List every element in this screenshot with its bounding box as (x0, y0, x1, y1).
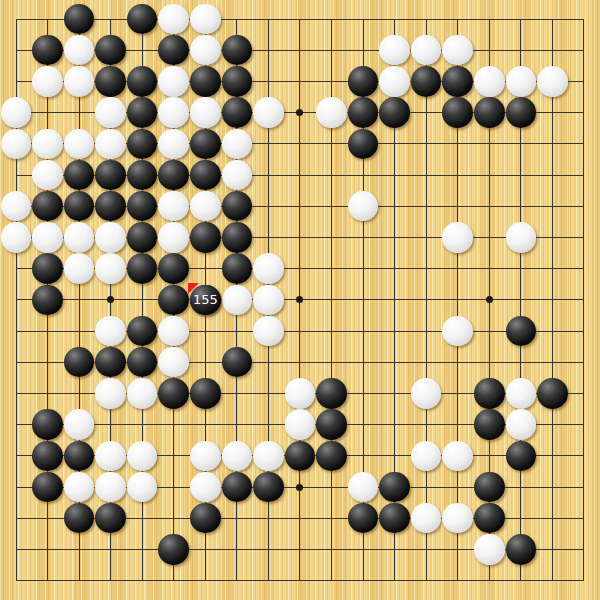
stone-white (64, 253, 95, 284)
stone-white (537, 66, 568, 97)
stone-black (222, 253, 253, 284)
stone-black (190, 160, 221, 191)
stone-black (316, 409, 347, 440)
stone-black (32, 285, 63, 316)
stone-black (95, 503, 126, 534)
grid-line-vertical (583, 19, 584, 582)
stone-white (32, 160, 63, 191)
stone-black (474, 472, 505, 503)
stone-white (222, 441, 253, 472)
star-point (296, 109, 303, 116)
stone-white (127, 472, 158, 503)
stone-white (158, 129, 189, 160)
stone-black (474, 378, 505, 409)
stone-black (411, 66, 442, 97)
stone-black (127, 222, 158, 253)
stone-black (348, 66, 379, 97)
stone-black (442, 66, 473, 97)
stone-white (127, 378, 158, 409)
stone-black (64, 191, 95, 222)
stone-black (64, 4, 95, 35)
stone-black (285, 441, 316, 472)
stone-black (222, 97, 253, 128)
stone-black (506, 97, 537, 128)
stone-white (222, 160, 253, 191)
stone-white (190, 4, 221, 35)
stone-white (32, 222, 63, 253)
stone-white (1, 129, 32, 160)
stone-white (64, 66, 95, 97)
star-point (296, 296, 303, 303)
stone-black (158, 534, 189, 565)
stone-black (95, 191, 126, 222)
stone-black (537, 378, 568, 409)
stone-white (253, 441, 284, 472)
stone-black (190, 503, 221, 534)
stone-black (127, 129, 158, 160)
stone-black (379, 472, 410, 503)
stone-black (127, 4, 158, 35)
stone-black (222, 222, 253, 253)
stone-white (222, 285, 253, 316)
stone-black (32, 472, 63, 503)
stone-white (411, 441, 442, 472)
stone-white (1, 97, 32, 128)
stone-white (127, 441, 158, 472)
stone-black (32, 35, 63, 66)
stone-black (506, 534, 537, 565)
stone-white (1, 222, 32, 253)
stone-white (95, 129, 126, 160)
stone-white (474, 66, 505, 97)
stone-black (190, 378, 221, 409)
stone-white (411, 35, 442, 66)
stone-white (64, 129, 95, 160)
stone-black (379, 503, 410, 534)
stone-black (158, 35, 189, 66)
stone-white (95, 378, 126, 409)
stone-white (95, 222, 126, 253)
stone-white (379, 66, 410, 97)
stone-black (64, 347, 95, 378)
stone-white (253, 316, 284, 347)
stone-white (32, 66, 63, 97)
stone-white (474, 534, 505, 565)
stone-white (442, 222, 473, 253)
star-point (107, 296, 114, 303)
stone-white (95, 316, 126, 347)
stone-white (95, 472, 126, 503)
stone-black (190, 129, 221, 160)
stone-black (95, 160, 126, 191)
stone-white (411, 503, 442, 534)
stone-black (127, 253, 158, 284)
stone-black (316, 378, 347, 409)
stone-black (348, 503, 379, 534)
grid-line-vertical (426, 19, 427, 582)
stone-black (158, 285, 189, 316)
stone-white (506, 66, 537, 97)
stone-black (95, 35, 126, 66)
stone-white (64, 35, 95, 66)
stone-white (442, 441, 473, 472)
stone-white (32, 129, 63, 160)
stone-black (474, 503, 505, 534)
stone-black (348, 97, 379, 128)
stone-black (127, 66, 158, 97)
stone-white (158, 4, 189, 35)
stone-white (190, 472, 221, 503)
star-point (296, 484, 303, 491)
stone-black (506, 441, 537, 472)
stone-black (127, 191, 158, 222)
stone-black (222, 347, 253, 378)
stone-black (348, 129, 379, 160)
stone-black (32, 191, 63, 222)
stone-white (253, 97, 284, 128)
stone-white (348, 472, 379, 503)
stone-white (95, 253, 126, 284)
stone-white (379, 35, 410, 66)
stone-white (285, 409, 316, 440)
go-board[interactable]: 155 (0, 0, 600, 600)
stone-white (506, 222, 537, 253)
stone-white (411, 378, 442, 409)
stone-white (95, 97, 126, 128)
stone-white (442, 35, 473, 66)
grid-line-vertical (552, 19, 553, 582)
stone-white (222, 129, 253, 160)
stone-black (222, 191, 253, 222)
stone-black (379, 97, 410, 128)
stone-black (32, 409, 63, 440)
stone-black (474, 97, 505, 128)
stone-white (316, 97, 347, 128)
stone-black (64, 503, 95, 534)
stone-black (190, 222, 221, 253)
stone-black (474, 409, 505, 440)
stone-black (190, 66, 221, 97)
stone-black (222, 66, 253, 97)
stone-black (127, 97, 158, 128)
star-point (486, 296, 493, 303)
grid-line-horizontal (16, 580, 585, 581)
stone-white (190, 35, 221, 66)
stone-white (253, 285, 284, 316)
stone-black (506, 316, 537, 347)
stone-white (348, 191, 379, 222)
stone-black (158, 253, 189, 284)
stone-white (190, 191, 221, 222)
stone-black (158, 378, 189, 409)
stone-white (158, 347, 189, 378)
stone-white (64, 472, 95, 503)
stone-black (316, 441, 347, 472)
stone-white (158, 97, 189, 128)
stone-white (190, 97, 221, 128)
stone-black (64, 160, 95, 191)
stone-black (32, 253, 63, 284)
stone-black (222, 472, 253, 503)
stone-black (127, 160, 158, 191)
last-move-triangle-marker (188, 283, 199, 294)
stone-white (64, 409, 95, 440)
stone-white (442, 316, 473, 347)
stone-white (158, 66, 189, 97)
stone-white (253, 253, 284, 284)
stone-white (158, 222, 189, 253)
stone-white (506, 409, 537, 440)
stone-white (506, 378, 537, 409)
stone-white (285, 378, 316, 409)
stone-white (64, 222, 95, 253)
stone-black (127, 347, 158, 378)
stone-white (158, 316, 189, 347)
stone-black (442, 97, 473, 128)
stone-black (64, 441, 95, 472)
stone-white (442, 503, 473, 534)
stone-black (158, 160, 189, 191)
stone-black (222, 35, 253, 66)
stone-black (32, 441, 63, 472)
stone-white (95, 441, 126, 472)
stone-white (1, 191, 32, 222)
stone-black (95, 347, 126, 378)
stone-black (95, 66, 126, 97)
stone-white (158, 191, 189, 222)
stone-white (190, 441, 221, 472)
stone-black (253, 472, 284, 503)
stone-black (127, 316, 158, 347)
